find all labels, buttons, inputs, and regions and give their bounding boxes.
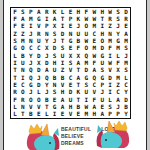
grid-cell[interactable]: O	[19, 45, 27, 52]
grid-cell[interactable]: H	[90, 111, 98, 118]
grid-cell[interactable]: X	[51, 23, 59, 30]
grid-cell[interactable]: J	[43, 89, 51, 96]
unicorn-illustration-left	[24, 123, 62, 150]
grid-cell[interactable]: Y	[122, 89, 130, 96]
grid-cell[interactable]: D	[67, 89, 75, 96]
puzzle-page: FSPARKLEHFWHWSDFAMGIATPKWWTRSRFEIVPXIEJO…	[3, 0, 147, 150]
grid-cell[interactable]: E	[74, 111, 82, 118]
grid-cell[interactable]: V	[67, 111, 75, 118]
grid-cell[interactable]: F	[74, 45, 82, 52]
grid-cell[interactable]: M	[90, 45, 98, 52]
grid-cell[interactable]: A	[98, 111, 106, 118]
grid-cell[interactable]: C	[27, 45, 35, 52]
grid-cell[interactable]: B	[27, 111, 35, 118]
grid-cell[interactable]: J	[114, 23, 122, 30]
grid-cell[interactable]: D	[98, 45, 106, 52]
grid-cell[interactable]: M	[82, 111, 90, 118]
grid-cell[interactable]: E	[67, 23, 75, 30]
grid-cell[interactable]: I	[106, 89, 114, 96]
grid-cell[interactable]: E	[19, 23, 27, 30]
grid-cell[interactable]: V	[35, 23, 43, 30]
grid-cell[interactable]: S	[122, 45, 130, 52]
word-search-screenshot: FSPARKLEHFWHWSDFAMGIATPKWWTRSRFEIVPXIEJO…	[0, 0, 150, 150]
grid-cell[interactable]: D	[51, 45, 59, 52]
grid-cell[interactable]: E	[59, 111, 67, 118]
grid-cell[interactable]: J	[74, 23, 82, 30]
grid-cell[interactable]: V	[106, 67, 114, 74]
grid-cell[interactable]: A	[90, 67, 98, 74]
grid-cell[interactable]: O	[82, 23, 90, 30]
grid-cell[interactable]: V	[67, 67, 75, 74]
word-believe: BELIEVE	[61, 133, 91, 140]
grid-cell[interactable]: O	[19, 89, 27, 96]
grid-cell[interactable]: I	[59, 23, 67, 30]
grid-cell[interactable]: O	[82, 45, 90, 52]
grid-cell[interactable]: P	[114, 111, 122, 118]
grid-cell[interactable]: L	[35, 89, 43, 96]
grid-cell[interactable]: M	[90, 23, 98, 30]
grid-cell[interactable]: D	[35, 67, 43, 74]
grid-cell[interactable]: A	[43, 67, 51, 74]
grid-cell[interactable]: N	[19, 67, 27, 74]
grid-cell[interactable]: D	[82, 67, 90, 74]
unicorn-crown	[29, 124, 42, 134]
grid-cell[interactable]: E	[122, 23, 130, 30]
grid-cell[interactable]: I	[51, 111, 59, 118]
grid-cell[interactable]: S	[51, 89, 59, 96]
grid-cell[interactable]: R	[11, 89, 19, 96]
grid-cell[interactable]: L	[11, 111, 19, 118]
grid-cell[interactable]: G	[11, 45, 19, 52]
unicorn-eye	[49, 142, 51, 144]
unicorn-illustration-right	[94, 120, 132, 148]
grid-cell[interactable]: J	[98, 89, 106, 96]
grid-cell[interactable]: U	[82, 89, 90, 96]
grid-cell[interactable]: M	[114, 45, 122, 52]
grid-cell[interactable]: E	[67, 45, 75, 52]
grid-cell[interactable]: U	[51, 67, 59, 74]
grid-cell[interactable]: S	[59, 45, 67, 52]
word-list-column-1: BEAUTIFUL BELIEVE DREAMS	[61, 126, 91, 147]
grid-cell[interactable]: V	[90, 89, 98, 96]
grid-cell[interactable]: C	[114, 89, 122, 96]
grid-cell[interactable]: K	[74, 89, 82, 96]
word-beautiful: BEAUTIFUL	[61, 126, 91, 133]
unicorn-crown	[114, 121, 127, 131]
grid-cell[interactable]: T	[74, 67, 82, 74]
grid-cell[interactable]: J	[27, 89, 35, 96]
grid-cell[interactable]: Z	[106, 23, 114, 30]
grid-cell[interactable]: T	[19, 111, 27, 118]
grid-cell[interactable]: X	[114, 67, 122, 74]
grid-cell[interactable]: P	[43, 23, 51, 30]
unicorn-horn	[107, 121, 115, 133]
grid-cell[interactable]: Q	[27, 67, 35, 74]
word-search-grid: FSPARKLEHFWHWSDFAMGIATPKWWTRSRFEIVPXIEJO…	[10, 7, 131, 119]
grid-cell[interactable]: F	[11, 23, 19, 30]
grid-cell[interactable]: Y	[122, 111, 130, 118]
grid-cell[interactable]: L	[43, 111, 51, 118]
grid-cell[interactable]: T	[11, 67, 19, 74]
unicorn-horn	[41, 124, 49, 136]
word-dreams: DREAMS	[61, 140, 91, 147]
grid-cell[interactable]: X	[43, 45, 51, 52]
grid-cell[interactable]: S	[98, 67, 106, 74]
grid-cell[interactable]: F	[106, 45, 114, 52]
unicorn-eye	[105, 139, 107, 141]
grid-cell[interactable]: H	[59, 89, 67, 96]
grid-cell[interactable]: Z	[59, 67, 67, 74]
grid-cell[interactable]: P	[106, 111, 114, 118]
grid-cell[interactable]: I	[98, 23, 106, 30]
grid-cell[interactable]: E	[35, 111, 43, 118]
grid-cell[interactable]: C	[35, 45, 43, 52]
grid-cell[interactable]: I	[27, 23, 35, 30]
grid-cell[interactable]: S	[122, 67, 130, 74]
